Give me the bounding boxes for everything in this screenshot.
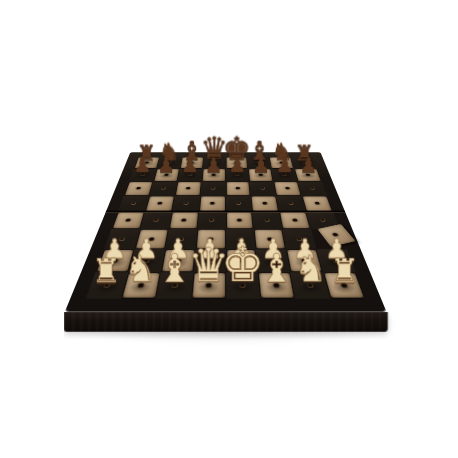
light-square-tile <box>252 196 278 211</box>
light-square-tile <box>227 212 253 228</box>
square-d1[interactable]: ♛ <box>191 272 226 298</box>
white-queen-d1[interactable]: ♛ <box>188 243 230 287</box>
light-square-tile <box>275 182 301 195</box>
square-c5[interactable] <box>172 196 200 212</box>
square-c7[interactable]: ♟ <box>177 169 202 182</box>
peg-hole <box>285 187 290 190</box>
light-square-tile <box>303 196 332 211</box>
square-e4[interactable] <box>226 212 255 230</box>
board-grid: ♜♞♝♛♚♝♞♜♟♟♟♟♟♟♟♟♟♟♟♟♟♟♟♟♜♞♝♛♚♝♞♜ <box>86 157 366 299</box>
square-h1[interactable]: ♜ <box>323 272 365 298</box>
peg-hole <box>236 202 241 205</box>
light-square-tile <box>113 212 144 228</box>
peg-hole <box>211 174 215 176</box>
peg-hole <box>186 187 191 190</box>
peg-hole <box>319 218 325 221</box>
white-rook-h1[interactable]: ♜ <box>330 256 359 287</box>
peg-hole <box>314 202 320 205</box>
light-square-tile <box>280 212 309 228</box>
square-f7[interactable]: ♟ <box>248 169 273 182</box>
peg-hole <box>184 202 189 205</box>
light-square-tile <box>176 182 201 195</box>
peg-hole <box>258 174 263 176</box>
square-h7[interactable]: ♟ <box>294 169 322 182</box>
square-f5[interactable] <box>251 196 279 212</box>
white-knight-g1[interactable]: ♞ <box>294 252 327 287</box>
black-pawn-e7[interactable]: ♟ <box>228 157 246 176</box>
peg-hole <box>309 187 314 190</box>
square-d4[interactable] <box>197 212 226 230</box>
square-e6[interactable] <box>225 181 250 195</box>
white-knight-b1[interactable]: ♞ <box>125 252 158 287</box>
square-f4[interactable] <box>252 212 282 230</box>
square-b1[interactable]: ♞ <box>121 272 161 298</box>
square-d7[interactable]: ♟ <box>201 169 225 182</box>
peg-hole <box>260 187 265 190</box>
peg-hole <box>234 162 238 164</box>
black-pawn-c7[interactable]: ♟ <box>181 157 199 176</box>
peg-hole <box>264 218 270 221</box>
peg-hole <box>157 202 163 205</box>
peg-hole <box>279 162 284 164</box>
peg-hole <box>237 218 242 221</box>
square-b5[interactable] <box>145 196 175 212</box>
light-square-tile <box>125 182 152 195</box>
light-square-tile <box>200 196 225 211</box>
peg-hole <box>262 202 267 205</box>
board-front-edge <box>64 312 388 332</box>
square-h5[interactable] <box>302 196 333 212</box>
black-pawn-g7[interactable]: ♟ <box>275 157 293 176</box>
product-photo-scene: ♜♞♝♛♚♝♞♜♟♟♟♟♟♟♟♟♟♟♟♟♟♟♟♟♜♞♝♛♚♝♞♜ <box>0 0 458 458</box>
white-bishop-f1[interactable]: ♝ <box>259 250 294 287</box>
square-f6[interactable] <box>250 181 277 195</box>
peg-hole <box>126 218 132 221</box>
square-e7[interactable]: ♟ <box>225 169 249 182</box>
peg-hole <box>210 202 215 205</box>
square-b4[interactable] <box>140 212 172 230</box>
square-e5[interactable] <box>225 196 252 212</box>
peg-hole <box>153 218 159 221</box>
peg-hole <box>209 218 214 221</box>
light-square-tile <box>146 196 174 211</box>
square-b7[interactable]: ♟ <box>153 169 179 182</box>
black-pawn-a7[interactable]: ♟ <box>134 157 152 176</box>
square-e1[interactable]: ♚ <box>226 272 261 298</box>
square-c6[interactable] <box>175 181 202 195</box>
square-c4[interactable] <box>168 212 198 230</box>
peg-hole <box>288 202 294 205</box>
peg-hole <box>305 174 310 176</box>
square-g7[interactable]: ♟ <box>271 169 297 182</box>
peg-hole <box>136 187 141 190</box>
white-rook-a1[interactable]: ♜ <box>92 256 121 287</box>
square-g1[interactable]: ♞ <box>291 272 331 298</box>
light-square-tile <box>226 182 250 195</box>
square-a6[interactable] <box>124 181 153 195</box>
peg-hole <box>235 187 240 190</box>
peg-hole <box>131 202 137 205</box>
chess-board: ♜♞♝♛♚♝♞♜♟♟♟♟♟♟♟♟♟♟♟♟♟♟♟♟♜♞♝♛♚♝♞♜ <box>65 152 387 312</box>
peg-hole <box>211 187 216 190</box>
peg-hole <box>181 218 187 221</box>
square-b6[interactable] <box>149 181 177 195</box>
peg-hole <box>292 218 298 221</box>
square-d6[interactable] <box>200 181 225 195</box>
square-d5[interactable] <box>199 196 226 212</box>
light-square-tile <box>170 212 198 228</box>
square-h6[interactable] <box>298 181 327 195</box>
peg-hole <box>161 187 166 190</box>
